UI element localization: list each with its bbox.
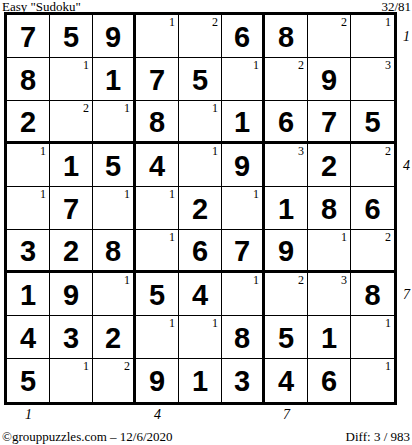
copyright-text: ©grouppuzzles.com – 12/6/2020 xyxy=(2,429,173,445)
cell-r4c8[interactable]: 2 xyxy=(308,144,351,187)
row-label-1: 1 xyxy=(403,29,410,45)
pencil-mark: 2 xyxy=(212,15,218,29)
cell-r8c6[interactable]: 8 xyxy=(222,316,265,359)
cell-r7c8[interactable]: 3 xyxy=(308,273,351,316)
cell-r8c3[interactable]: 2 xyxy=(93,316,136,359)
cell-r2c8[interactable]: 9 xyxy=(308,58,351,101)
given-digit: 2 xyxy=(93,316,133,358)
cell-r5c5[interactable]: 2 xyxy=(179,187,222,230)
pencil-mark: 1 xyxy=(40,187,46,201)
given-digit: 5 xyxy=(351,101,394,141)
col-label-1: 1 xyxy=(25,407,32,423)
given-digit: 4 xyxy=(265,359,307,402)
given-digit: 1 xyxy=(179,359,221,402)
cell-r5c4[interactable]: 1 xyxy=(136,187,179,230)
cell-r9c9[interactable]: 1 xyxy=(351,359,394,402)
given-digit: 8 xyxy=(93,230,133,270)
cell-r5c8[interactable]: 8 xyxy=(308,187,351,230)
pencil-mark: 1 xyxy=(253,273,259,287)
cell-r1c3[interactable]: 9 xyxy=(93,15,136,58)
cell-r2c6[interactable]: 1 xyxy=(222,58,265,101)
given-digit: 2 xyxy=(179,187,221,229)
given-digit: 1 xyxy=(93,58,133,100)
pencil-mark: 1 xyxy=(341,230,347,244)
pencil-mark: 1 xyxy=(83,359,89,373)
cell-r2c7[interactable]: 2 xyxy=(265,58,308,101)
pencil-mark: 2 xyxy=(124,359,130,373)
cell-r3c7[interactable]: 6 xyxy=(265,101,308,144)
cell-r2c3[interactable]: 1 xyxy=(93,58,136,101)
pencil-mark: 1 xyxy=(40,144,46,158)
given-digit: 9 xyxy=(265,230,307,270)
pencil-mark: 2 xyxy=(83,101,89,115)
cell-r6c2[interactable]: 2 xyxy=(50,230,93,273)
cell-r3c6[interactable]: 1 xyxy=(222,101,265,144)
cell-r9c2[interactable]: 1 xyxy=(50,359,93,402)
pencil-mark: 1 xyxy=(169,187,175,201)
cell-r6c4[interactable]: 1 xyxy=(136,230,179,273)
given-digit: 3 xyxy=(7,230,49,270)
pencil-mark: 1 xyxy=(212,101,218,115)
cell-r2c9[interactable]: 3 xyxy=(351,58,394,101)
difficulty-text: Diff: 3 / 983 xyxy=(346,429,410,445)
given-digit: 5 xyxy=(179,58,221,100)
given-digit: 9 xyxy=(50,273,92,315)
pencil-mark: 3 xyxy=(341,273,347,287)
given-digit: 5 xyxy=(50,15,92,57)
cell-r9c8[interactable]: 6 xyxy=(308,359,351,402)
given-digit: 1 xyxy=(308,316,350,358)
cell-r1c5[interactable]: 2 xyxy=(179,15,222,58)
given-digit: 5 xyxy=(7,359,49,402)
pencil-mark: 2 xyxy=(385,230,391,244)
cell-r2c2[interactable]: 1 xyxy=(50,58,93,101)
given-digit: 9 xyxy=(136,359,178,402)
cell-r5c1[interactable]: 1 xyxy=(7,187,50,230)
cell-r7c3[interactable]: 1 xyxy=(93,273,136,316)
cell-r8c7[interactable]: 5 xyxy=(265,316,308,359)
cell-r9c1[interactable]: 5 xyxy=(7,359,50,402)
cell-r7c9[interactable]: 8 xyxy=(351,273,394,316)
pencil-mark: 1 xyxy=(385,359,391,373)
given-digit: 8 xyxy=(222,316,262,358)
pencil-mark: 2 xyxy=(298,58,304,72)
cell-r8c4[interactable]: 1 xyxy=(136,316,179,359)
cell-r9c7[interactable]: 4 xyxy=(265,359,308,402)
pencil-mark: 3 xyxy=(298,144,304,158)
cell-r3c4[interactable]: 8 xyxy=(136,101,179,144)
cell-r9c4[interactable]: 9 xyxy=(136,359,179,402)
given-digit: 2 xyxy=(308,144,350,186)
given-digit: 5 xyxy=(93,144,133,186)
row-label-4: 4 xyxy=(403,158,410,174)
given-digit: 7 xyxy=(50,187,92,229)
cell-r6c5[interactable]: 6 xyxy=(179,230,222,273)
given-digit: 5 xyxy=(265,316,307,358)
cell-r4c1[interactable]: 1 xyxy=(7,144,50,187)
given-digit: 4 xyxy=(7,316,49,358)
cell-r9c3[interactable]: 2 xyxy=(93,359,136,402)
pencil-mark: 1 xyxy=(124,187,130,201)
given-digit: 3 xyxy=(222,359,262,402)
given-digit: 1 xyxy=(50,144,92,186)
cell-r1c9[interactable]: 1 xyxy=(351,15,394,58)
given-digit: 7 xyxy=(7,15,49,57)
given-digit: 4 xyxy=(136,144,178,186)
cell-r4c9[interactable]: 2 xyxy=(351,144,394,187)
cell-r3c8[interactable]: 7 xyxy=(308,101,351,144)
sudoku-board: 7591268218117512932218116751154193221711… xyxy=(4,12,397,405)
given-digit: 1 xyxy=(222,101,262,141)
cell-r8c2[interactable]: 3 xyxy=(50,316,93,359)
cell-r4c7[interactable]: 3 xyxy=(265,144,308,187)
given-digit: 7 xyxy=(222,230,262,270)
given-digit: 4 xyxy=(179,273,221,315)
given-digit: 1 xyxy=(7,273,49,315)
cell-r6c6[interactable]: 7 xyxy=(222,230,265,273)
cell-r1c4[interactable]: 1 xyxy=(136,15,179,58)
cell-r3c1[interactable]: 2 xyxy=(7,101,50,144)
given-digit: 5 xyxy=(136,273,178,315)
cell-r2c5[interactable]: 5 xyxy=(179,58,222,101)
pencil-mark: 1 xyxy=(253,187,259,201)
cell-r7c5[interactable]: 4 xyxy=(179,273,222,316)
given-digit: 7 xyxy=(136,58,178,100)
cell-r4c2[interactable]: 1 xyxy=(50,144,93,187)
cell-r7c4[interactable]: 5 xyxy=(136,273,179,316)
cell-r9c6[interactable]: 3 xyxy=(222,359,265,402)
given-digit: 6 xyxy=(351,187,394,229)
pencil-mark: 1 xyxy=(169,230,175,244)
cell-r7c1[interactable]: 1 xyxy=(7,273,50,316)
given-digit: 2 xyxy=(50,230,92,270)
cell-r6c8[interactable]: 1 xyxy=(308,230,351,273)
pencil-mark: 1 xyxy=(83,58,89,72)
cell-r8c1[interactable]: 4 xyxy=(7,316,50,359)
given-digit: 3 xyxy=(50,316,92,358)
cell-r6c1[interactable]: 3 xyxy=(7,230,50,273)
pencil-mark: 1 xyxy=(253,58,259,72)
cell-r1c6[interactable]: 6 xyxy=(222,15,265,58)
pencil-mark: 1 xyxy=(124,101,130,115)
cell-r2c1[interactable]: 8 xyxy=(7,58,50,101)
pencil-mark: 2 xyxy=(341,15,347,29)
given-digit: 2 xyxy=(7,101,49,141)
pencil-mark: 1 xyxy=(385,316,391,330)
cell-r9c5[interactable]: 1 xyxy=(179,359,222,402)
given-digit: 9 xyxy=(308,58,350,100)
cell-r4c6[interactable]: 9 xyxy=(222,144,265,187)
pencil-mark: 1 xyxy=(212,144,218,158)
pencil-mark: 1 xyxy=(169,15,175,29)
col-label-7: 7 xyxy=(283,407,290,423)
given-digit: 8 xyxy=(136,101,178,141)
sudoku-page: Easy "Sudoku" 32/81 75912682181175129322… xyxy=(0,0,412,445)
cell-r8c8[interactable]: 1 xyxy=(308,316,351,359)
cell-r7c2[interactable]: 9 xyxy=(50,273,93,316)
cell-r3c9[interactable]: 5 xyxy=(351,101,394,144)
pencil-mark: 2 xyxy=(385,144,391,158)
given-digit: 6 xyxy=(179,230,221,270)
cell-r3c5[interactable]: 1 xyxy=(179,101,222,144)
cell-r3c2[interactable]: 2 xyxy=(50,101,93,144)
col-label-4: 4 xyxy=(154,407,161,423)
given-digit: 7 xyxy=(308,101,350,141)
cell-r6c3[interactable]: 8 xyxy=(93,230,136,273)
cell-r3c3[interactable]: 1 xyxy=(93,101,136,144)
pencil-mark: 1 xyxy=(169,316,175,330)
given-digit: 6 xyxy=(222,15,262,57)
cell-r6c7[interactable]: 9 xyxy=(265,230,308,273)
cell-r5c2[interactable]: 7 xyxy=(50,187,93,230)
given-digit: 9 xyxy=(222,144,262,186)
cell-r1c1[interactable]: 7 xyxy=(7,15,50,58)
given-digit: 8 xyxy=(351,273,394,315)
cell-r7c6[interactable]: 1 xyxy=(222,273,265,316)
cell-r5c7[interactable]: 1 xyxy=(265,187,308,230)
given-digit: 8 xyxy=(308,187,350,229)
cell-r1c8[interactable]: 2 xyxy=(308,15,351,58)
cell-r5c9[interactable]: 6 xyxy=(351,187,394,230)
pencil-mark: 1 xyxy=(124,273,130,287)
given-digit: 8 xyxy=(7,58,49,100)
pencil-mark: 2 xyxy=(298,273,304,287)
cell-r6c9[interactable]: 2 xyxy=(351,230,394,273)
cell-r8c5[interactable]: 1 xyxy=(179,316,222,359)
given-digit: 6 xyxy=(308,359,350,402)
cell-r2c4[interactable]: 7 xyxy=(136,58,179,101)
cell-r8c9[interactable]: 1 xyxy=(351,316,394,359)
cell-r7c7[interactable]: 2 xyxy=(265,273,308,316)
pencil-mark: 1 xyxy=(212,316,218,330)
cell-r5c3[interactable]: 1 xyxy=(93,187,136,230)
cell-r1c2[interactable]: 5 xyxy=(50,15,93,58)
pencil-mark: 1 xyxy=(385,15,391,29)
pencil-mark: 3 xyxy=(385,58,391,72)
given-digit: 6 xyxy=(265,101,307,141)
cell-r4c3[interactable]: 5 xyxy=(93,144,136,187)
cell-r4c5[interactable]: 1 xyxy=(179,144,222,187)
given-digit: 8 xyxy=(265,15,307,57)
given-digit: 9 xyxy=(93,15,133,57)
cell-r4c4[interactable]: 4 xyxy=(136,144,179,187)
given-digit: 1 xyxy=(265,187,307,229)
cell-r1c7[interactable]: 8 xyxy=(265,15,308,58)
row-label-7: 7 xyxy=(403,287,410,303)
cell-r5c6[interactable]: 1 xyxy=(222,187,265,230)
